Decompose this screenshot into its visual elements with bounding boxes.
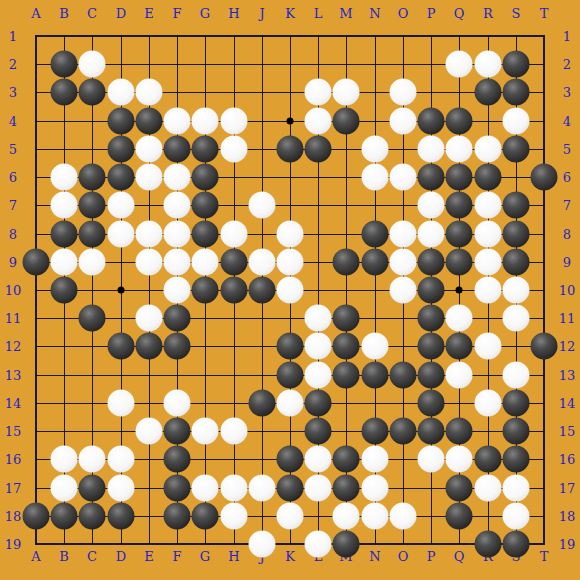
stone-black-D18[interactable] [108, 503, 135, 530]
coord-label-right-9: 9 [563, 256, 571, 269]
stone-black-G8[interactable] [192, 221, 219, 248]
stone-white-O8[interactable] [390, 221, 417, 248]
stone-white-G17[interactable] [192, 475, 219, 502]
stone-black-K12[interactable] [277, 333, 304, 360]
coord-label-top-J: J [259, 7, 264, 20]
stone-white-Q16[interactable] [446, 446, 473, 473]
stone-white-N5[interactable] [362, 136, 389, 163]
coord-label-right-17: 17 [559, 482, 576, 495]
stone-black-G18[interactable] [192, 503, 219, 530]
stone-black-C18[interactable] [79, 503, 106, 530]
stone-black-Q12[interactable] [446, 333, 473, 360]
stone-black-Q9[interactable] [446, 249, 473, 276]
stone-black-P15[interactable] [418, 418, 445, 445]
stone-black-P12[interactable] [418, 333, 445, 360]
stone-black-D6[interactable] [108, 164, 135, 191]
coord-label-left-12: 12 [5, 340, 22, 353]
stone-black-F16[interactable] [164, 446, 191, 473]
stone-white-E15[interactable] [136, 418, 163, 445]
stone-black-P4[interactable] [418, 108, 445, 135]
stone-black-Q17[interactable] [446, 475, 473, 502]
stone-white-D14[interactable] [108, 390, 135, 417]
go-board[interactable]: AABBCCDDEEFFGGHHJJKKLLMMNNOOPPQQRRSSTT11… [0, 0, 580, 580]
stone-white-J9[interactable] [249, 249, 276, 276]
stone-black-C11[interactable] [79, 305, 106, 332]
coord-label-left-16: 16 [5, 453, 22, 466]
stone-white-L17[interactable] [305, 475, 332, 502]
stone-black-P13[interactable] [418, 362, 445, 389]
stone-white-H15[interactable] [221, 418, 248, 445]
stone-white-B7[interactable] [51, 192, 78, 219]
stone-white-M3[interactable] [333, 79, 360, 106]
coord-label-left-7: 7 [9, 199, 17, 212]
stone-black-T12[interactable] [531, 333, 558, 360]
stone-black-G10[interactable] [192, 277, 219, 304]
stone-black-A9[interactable] [23, 249, 50, 276]
coord-label-right-10: 10 [559, 284, 576, 297]
coord-label-right-1: 1 [563, 30, 571, 43]
coord-label-top-F: F [172, 7, 181, 20]
stone-white-O4[interactable] [390, 108, 417, 135]
coord-label-bottom-C: C [87, 550, 97, 563]
coord-label-right-3: 3 [563, 86, 571, 99]
stone-black-F15[interactable] [164, 418, 191, 445]
coord-label-right-5: 5 [563, 143, 571, 156]
coord-label-left-4: 4 [9, 115, 17, 128]
stone-white-L19[interactable] [305, 531, 332, 558]
stone-black-H10[interactable] [221, 277, 248, 304]
stone-white-L12[interactable] [305, 333, 332, 360]
stone-black-D12[interactable] [108, 333, 135, 360]
stone-black-Q18[interactable] [446, 503, 473, 530]
stone-white-R10[interactable] [475, 277, 502, 304]
stone-white-H5[interactable] [221, 136, 248, 163]
stone-black-F5[interactable] [164, 136, 191, 163]
stone-white-S4[interactable] [503, 108, 530, 135]
stone-black-L5[interactable] [305, 136, 332, 163]
stone-white-H8[interactable] [221, 221, 248, 248]
stone-white-N17[interactable] [362, 475, 389, 502]
stone-black-C17[interactable] [79, 475, 106, 502]
coord-label-left-9: 9 [9, 256, 17, 269]
stone-black-S2[interactable] [503, 51, 530, 78]
star-point-Q10 [456, 287, 463, 294]
stone-white-R14[interactable] [475, 390, 502, 417]
coord-label-top-M: M [339, 7, 352, 20]
coord-label-bottom-B: B [59, 550, 69, 563]
stone-white-C16[interactable] [79, 446, 106, 473]
stone-white-H18[interactable] [221, 503, 248, 530]
stone-white-J19[interactable] [249, 531, 276, 558]
stone-white-C2[interactable] [79, 51, 106, 78]
coord-label-right-14: 14 [559, 397, 576, 410]
stone-white-E11[interactable] [136, 305, 163, 332]
stone-black-G6[interactable] [192, 164, 219, 191]
stone-black-P9[interactable] [418, 249, 445, 276]
coord-label-bottom-F: F [172, 550, 181, 563]
stone-white-D16[interactable] [108, 446, 135, 473]
stone-white-R9[interactable] [475, 249, 502, 276]
stone-white-L13[interactable] [305, 362, 332, 389]
stone-black-Q15[interactable] [446, 418, 473, 445]
coord-label-top-B: B [59, 7, 69, 20]
stone-white-D8[interactable] [108, 221, 135, 248]
stone-black-J14[interactable] [249, 390, 276, 417]
coord-label-bottom-D: D [116, 550, 126, 563]
star-point-K4 [287, 118, 294, 125]
coord-label-right-13: 13 [559, 369, 576, 382]
coord-label-bottom-T: T [540, 550, 549, 563]
stone-black-C8[interactable] [79, 221, 106, 248]
stone-white-R2[interactable] [475, 51, 502, 78]
stone-white-L4[interactable] [305, 108, 332, 135]
stone-white-K9[interactable] [277, 249, 304, 276]
stone-white-R12[interactable] [475, 333, 502, 360]
stone-black-K17[interactable] [277, 475, 304, 502]
coord-label-left-3: 3 [9, 86, 17, 99]
stone-black-S9[interactable] [503, 249, 530, 276]
coord-label-bottom-E: E [144, 550, 154, 563]
stone-white-G15[interactable] [192, 418, 219, 445]
stone-white-S18[interactable] [503, 503, 530, 530]
stone-black-C7[interactable] [79, 192, 106, 219]
coord-label-top-D: D [116, 7, 126, 20]
stone-black-P10[interactable] [418, 277, 445, 304]
stone-white-D7[interactable] [108, 192, 135, 219]
stone-black-K5[interactable] [277, 136, 304, 163]
stone-black-M16[interactable] [333, 446, 360, 473]
stone-white-F6[interactable] [164, 164, 191, 191]
stone-white-O3[interactable] [390, 79, 417, 106]
stone-black-Q4[interactable] [446, 108, 473, 135]
stone-black-S7[interactable] [503, 192, 530, 219]
stone-white-J17[interactable] [249, 475, 276, 502]
stone-black-A18[interactable] [23, 503, 50, 530]
stone-white-P16[interactable] [418, 446, 445, 473]
stone-white-F14[interactable] [164, 390, 191, 417]
coord-label-top-O: O [398, 7, 409, 20]
stone-white-M18[interactable] [333, 503, 360, 530]
stone-black-R6[interactable] [475, 164, 502, 191]
stone-black-G5[interactable] [192, 136, 219, 163]
stone-white-P5[interactable] [418, 136, 445, 163]
stone-black-B18[interactable] [51, 503, 78, 530]
stone-black-P14[interactable] [418, 390, 445, 417]
coord-label-top-T: T [540, 7, 549, 20]
coord-label-right-11: 11 [559, 312, 576, 325]
stone-black-Q6[interactable] [446, 164, 473, 191]
stone-black-G7[interactable] [192, 192, 219, 219]
coord-label-top-H: H [228, 7, 239, 20]
stone-white-Q5[interactable] [446, 136, 473, 163]
stone-white-L11[interactable] [305, 305, 332, 332]
stone-black-N8[interactable] [362, 221, 389, 248]
stone-black-D4[interactable] [108, 108, 135, 135]
stone-black-J10[interactable] [249, 277, 276, 304]
stone-white-B6[interactable] [51, 164, 78, 191]
coord-label-bottom-P: P [427, 550, 436, 563]
coord-label-left-8: 8 [9, 228, 17, 241]
coord-label-right-4: 4 [563, 115, 571, 128]
stone-black-P6[interactable] [418, 164, 445, 191]
stone-white-S13[interactable] [503, 362, 530, 389]
stone-black-F17[interactable] [164, 475, 191, 502]
stone-black-M17[interactable] [333, 475, 360, 502]
coord-label-top-E: E [144, 7, 154, 20]
stone-black-T6[interactable] [531, 164, 558, 191]
stone-white-J7[interactable] [249, 192, 276, 219]
coord-label-left-1: 1 [9, 30, 17, 43]
coord-label-right-2: 2 [563, 58, 571, 71]
stone-black-B3[interactable] [51, 79, 78, 106]
stone-black-M11[interactable] [333, 305, 360, 332]
stone-white-B9[interactable] [51, 249, 78, 276]
stone-black-C6[interactable] [79, 164, 106, 191]
coord-label-left-17: 17 [5, 482, 22, 495]
stone-black-D5[interactable] [108, 136, 135, 163]
coord-label-right-7: 7 [563, 199, 571, 212]
stone-white-F9[interactable] [164, 249, 191, 276]
stone-black-M19[interactable] [333, 531, 360, 558]
stone-white-E5[interactable] [136, 136, 163, 163]
stone-white-E6[interactable] [136, 164, 163, 191]
stone-white-P8[interactable] [418, 221, 445, 248]
stone-white-E8[interactable] [136, 221, 163, 248]
coord-label-left-15: 15 [5, 425, 22, 438]
stone-white-B17[interactable] [51, 475, 78, 502]
stone-black-N13[interactable] [362, 362, 389, 389]
coord-label-left-13: 13 [5, 369, 22, 382]
coord-label-top-A: A [31, 7, 40, 20]
stone-white-N16[interactable] [362, 446, 389, 473]
stone-white-N12[interactable] [362, 333, 389, 360]
coord-label-left-5: 5 [9, 143, 17, 156]
stone-black-O15[interactable] [390, 418, 417, 445]
stone-white-N6[interactable] [362, 164, 389, 191]
coord-label-top-K: K [285, 7, 295, 20]
stone-white-B16[interactable] [51, 446, 78, 473]
coord-label-top-C: C [87, 7, 97, 20]
coord-label-top-S: S [512, 7, 521, 20]
stone-black-F12[interactable] [164, 333, 191, 360]
coord-label-left-2: 2 [9, 58, 17, 71]
coord-label-bottom-H: H [228, 550, 239, 563]
stone-white-D17[interactable] [108, 475, 135, 502]
stone-black-P11[interactable] [418, 305, 445, 332]
stone-black-S3[interactable] [503, 79, 530, 106]
star-point-D10 [118, 287, 125, 294]
stone-white-O18[interactable] [390, 503, 417, 530]
coord-label-right-6: 6 [563, 171, 571, 184]
stone-white-O6[interactable] [390, 164, 417, 191]
stone-black-C3[interactable] [79, 79, 106, 106]
stone-black-N9[interactable] [362, 249, 389, 276]
stone-black-K16[interactable] [277, 446, 304, 473]
stone-white-K18[interactable] [277, 503, 304, 530]
stone-black-S8[interactable] [503, 221, 530, 248]
stone-white-R17[interactable] [475, 475, 502, 502]
stone-black-B8[interactable] [51, 221, 78, 248]
stone-white-F4[interactable] [164, 108, 191, 135]
stone-black-B10[interactable] [51, 277, 78, 304]
stone-black-S15[interactable] [503, 418, 530, 445]
coord-label-bottom-K: K [285, 550, 295, 563]
stone-white-C9[interactable] [79, 249, 106, 276]
coord-label-top-G: G [200, 7, 210, 20]
stone-black-Q7[interactable] [446, 192, 473, 219]
stone-white-R7[interactable] [475, 192, 502, 219]
stone-white-Q2[interactable] [446, 51, 473, 78]
coord-label-top-R: R [483, 7, 493, 20]
stone-white-H4[interactable] [221, 108, 248, 135]
stone-white-S10[interactable] [503, 277, 530, 304]
stone-white-H17[interactable] [221, 475, 248, 502]
stone-white-E3[interactable] [136, 79, 163, 106]
coord-label-left-14: 14 [5, 397, 22, 410]
stone-black-M4[interactable] [333, 108, 360, 135]
stone-white-N18[interactable] [362, 503, 389, 530]
stone-black-H9[interactable] [221, 249, 248, 276]
stone-white-K8[interactable] [277, 221, 304, 248]
coord-label-right-16: 16 [559, 453, 576, 466]
coord-label-top-L: L [314, 7, 323, 20]
stone-black-R19[interactable] [475, 531, 502, 558]
coord-label-top-N: N [369, 7, 380, 20]
stone-white-G4[interactable] [192, 108, 219, 135]
stone-white-F7[interactable] [164, 192, 191, 219]
stone-black-B2[interactable] [51, 51, 78, 78]
stone-black-Q8[interactable] [446, 221, 473, 248]
stone-white-Q11[interactable] [446, 305, 473, 332]
stone-black-S19[interactable] [503, 531, 530, 558]
stone-black-R3[interactable] [475, 79, 502, 106]
coord-label-right-12: 12 [559, 340, 576, 353]
stone-black-S5[interactable] [503, 136, 530, 163]
coord-label-right-15: 15 [559, 425, 576, 438]
stone-white-G9[interactable] [192, 249, 219, 276]
stone-white-F8[interactable] [164, 221, 191, 248]
stone-black-R16[interactable] [475, 446, 502, 473]
coord-label-left-19: 19 [5, 538, 22, 551]
stone-black-M9[interactable] [333, 249, 360, 276]
coord-label-bottom-Q: Q [454, 550, 465, 563]
stone-black-S16[interactable] [503, 446, 530, 473]
stone-black-M13[interactable] [333, 362, 360, 389]
stone-black-F11[interactable] [164, 305, 191, 332]
stone-white-Q13[interactable] [446, 362, 473, 389]
stone-black-F18[interactable] [164, 503, 191, 530]
stone-white-R5[interactable] [475, 136, 502, 163]
stone-white-F10[interactable] [164, 277, 191, 304]
stone-white-O9[interactable] [390, 249, 417, 276]
coord-label-left-10: 10 [5, 284, 22, 297]
stone-white-P7[interactable] [418, 192, 445, 219]
coord-label-bottom-N: N [369, 550, 380, 563]
stone-black-E4[interactable] [136, 108, 163, 135]
stone-white-O10[interactable] [390, 277, 417, 304]
stone-black-L14[interactable] [305, 390, 332, 417]
stone-white-E9[interactable] [136, 249, 163, 276]
coord-label-right-18: 18 [559, 510, 576, 523]
stone-white-S17[interactable] [503, 475, 530, 502]
coord-label-left-18: 18 [5, 510, 22, 523]
stone-white-K10[interactable] [277, 277, 304, 304]
coord-label-top-Q: Q [454, 7, 465, 20]
stone-white-L16[interactable] [305, 446, 332, 473]
stone-black-O13[interactable] [390, 362, 417, 389]
coord-label-bottom-O: O [398, 550, 409, 563]
stone-white-L3[interactable] [305, 79, 332, 106]
stone-black-M12[interactable] [333, 333, 360, 360]
stone-black-E12[interactable] [136, 333, 163, 360]
coord-label-right-8: 8 [563, 228, 571, 241]
stone-white-K14[interactable] [277, 390, 304, 417]
coord-label-left-11: 11 [5, 312, 22, 325]
stone-black-N15[interactable] [362, 418, 389, 445]
stone-black-L15[interactable] [305, 418, 332, 445]
stone-white-D3[interactable] [108, 79, 135, 106]
coord-label-bottom-A: A [31, 550, 40, 563]
coord-label-right-19: 19 [559, 538, 576, 551]
coord-label-bottom-G: G [200, 550, 210, 563]
stone-black-K13[interactable] [277, 362, 304, 389]
stone-black-S14[interactable] [503, 390, 530, 417]
stone-white-S11[interactable] [503, 305, 530, 332]
stone-white-R8[interactable] [475, 221, 502, 248]
coord-label-top-P: P [427, 7, 436, 20]
coord-label-left-6: 6 [9, 171, 17, 184]
